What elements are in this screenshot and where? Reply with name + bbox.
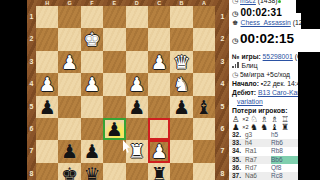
square-c3[interactable]: ♟ xyxy=(148,51,170,73)
square-b1[interactable] xyxy=(170,6,192,28)
move-number: 32. xyxy=(229,131,245,139)
black-K-piece: ♚ xyxy=(58,163,80,180)
square-g3[interactable]: ♟ xyxy=(58,51,80,73)
game-type-row: Блиц xyxy=(232,62,258,69)
black-move[interactable]: Rb6 xyxy=(271,139,298,147)
white-move[interactable]: Rd7 xyxy=(245,164,271,172)
square-a2[interactable] xyxy=(193,28,215,50)
square-d7[interactable]: ♜ xyxy=(126,140,148,162)
player-row: ♚ Chess_Assassin (12 xyxy=(232,19,302,27)
square-c4[interactable] xyxy=(148,73,170,95)
rank-label-2: 2 xyxy=(27,28,36,50)
black-P-piece: ♟ xyxy=(126,96,148,119)
move-row: 32.g3h5 xyxy=(229,131,298,139)
square-b2[interactable] xyxy=(170,28,192,50)
black-move[interactable]: Bb6 xyxy=(271,156,298,164)
opponent-clock: ◷ 00:02:31 xyxy=(232,7,282,18)
capture-count: ×2 xyxy=(242,116,250,122)
opponent-name-link[interactable]: mscz xyxy=(240,0,256,4)
square-h2[interactable] xyxy=(36,28,58,50)
opponent-rating: (1438) xyxy=(258,0,278,4)
opening-link2[interactable]: variation xyxy=(237,98,263,105)
black-P-piece: ♟ xyxy=(81,140,103,163)
white-P-piece: ♟ xyxy=(81,73,103,96)
square-b4[interactable]: ♞ xyxy=(170,73,192,95)
square-g1[interactable] xyxy=(58,6,80,28)
square-d1[interactable] xyxy=(126,6,148,28)
white-Q-piece: ♛ xyxy=(170,51,192,74)
rank-label-6: 6 xyxy=(27,118,36,140)
move-list: 32.g3h533.h4Rb634.Ra1Rb835.Ra7Bb636.Rd7Q… xyxy=(229,131,298,180)
black-move[interactable]: Qf8 xyxy=(271,164,298,172)
rank-label-3: 3 xyxy=(27,51,36,73)
white-K-piece: ♚ xyxy=(81,28,103,51)
white-move[interactable]: Ra1 xyxy=(245,147,271,155)
square-c2[interactable] xyxy=(148,28,170,50)
square-f6[interactable] xyxy=(81,118,103,140)
square-g8[interactable]: ♚ xyxy=(58,163,80,180)
square-d3[interactable] xyxy=(126,51,148,73)
black-B-piece: ♝ xyxy=(193,96,215,119)
square-d4[interactable]: ♟ xyxy=(126,73,148,95)
rank-label-4: 4 xyxy=(216,73,229,95)
black-move[interactable]: h5 xyxy=(271,131,298,139)
square-c7[interactable]: ♟ xyxy=(148,140,170,162)
sidebar: ◷ mscz (1438) ◷ 00:02:31 ♚ Chess_Assassi… xyxy=(229,0,320,180)
clock-icon: ◷ xyxy=(232,71,240,78)
square-g4[interactable] xyxy=(58,73,80,95)
square-a3[interactable] xyxy=(193,51,215,73)
clock-icon: ◷ xyxy=(232,37,240,44)
square-b6[interactable] xyxy=(170,118,192,140)
rank-label-8: 8 xyxy=(216,163,229,180)
black-P-piece: ♟ xyxy=(36,96,58,119)
square-h5[interactable]: ♟ xyxy=(36,96,58,118)
square-h8[interactable] xyxy=(36,163,58,180)
start-time-row: Начало: ▪22 дек. 14:46 xyxy=(232,80,304,87)
chess-board: ♚♟♟♛♟♟♟♞♟♟♟♝♟♟♟♜♟♚♛♜ xyxy=(36,6,215,180)
white-P-piece: ♟ xyxy=(148,140,170,163)
captured-black-pieces: ♟ ×2 ♞ ♞ ♝ ♜ xyxy=(232,123,289,131)
square-a7[interactable] xyxy=(193,140,215,162)
square-f2[interactable]: ♚ xyxy=(81,28,103,50)
square-g7[interactable]: ♟ xyxy=(58,140,80,162)
player-name-link[interactable]: Chess_Assassin xyxy=(241,19,291,26)
black-P-piece: ♟ xyxy=(170,96,192,119)
chess-game-screen: HGFEDCBA 12345678 12345678 ♚♟♟♛♟♟♟♞♟♟♟♝♟… xyxy=(0,0,320,180)
square-e2[interactable] xyxy=(103,28,125,50)
white-move[interactable]: g3 xyxy=(245,131,271,139)
square-c1[interactable] xyxy=(148,6,170,28)
move-row: 35.Ra7Bb6 xyxy=(229,156,298,164)
square-e4[interactable] xyxy=(103,73,125,95)
game-number-link[interactable]: 55298001 xyxy=(263,53,293,60)
square-b5[interactable]: ♟ xyxy=(170,96,192,118)
black-P-piece: ♟ xyxy=(58,140,80,163)
move-row: 37.Na6Rc8 xyxy=(229,172,298,180)
square-e6[interactable]: ♟ xyxy=(103,118,125,140)
move-number: 34. xyxy=(229,147,245,155)
crop-blackbox xyxy=(296,0,320,13)
square-b3[interactable]: ♛ xyxy=(170,51,192,73)
square-f4[interactable]: ♟ xyxy=(81,73,103,95)
rank-label-1: 1 xyxy=(27,6,36,28)
signal-bars-icon xyxy=(232,62,240,69)
white-P-piece: ♟ xyxy=(126,73,148,96)
crop-blackbox xyxy=(301,13,320,29)
move-row: 33.h4Rb6 xyxy=(229,139,298,147)
rank-label-5: 5 xyxy=(216,96,229,118)
square-h3[interactable] xyxy=(36,51,58,73)
square-e7[interactable] xyxy=(103,140,125,162)
square-f7[interactable]: ♟ xyxy=(81,140,103,162)
opening-row: Дебют: B13 Caro-Kann xyxy=(232,89,305,96)
square-c8[interactable]: ♜ xyxy=(148,163,170,180)
square-c6[interactable] xyxy=(148,118,170,140)
game-number-row: № игры: 55298001 (Са xyxy=(232,53,306,60)
move-number: 33. xyxy=(229,139,245,147)
rank-label-3: 3 xyxy=(216,51,229,73)
move-number: 35. xyxy=(229,156,245,164)
rank-label-7: 7 xyxy=(216,140,229,162)
square-a6[interactable] xyxy=(193,118,215,140)
square-d5[interactable]: ♟ xyxy=(126,96,148,118)
square-f3[interactable] xyxy=(81,51,103,73)
square-e1[interactable] xyxy=(103,6,125,28)
square-d2[interactable] xyxy=(126,28,148,50)
crown-icon: ♚ xyxy=(232,19,241,27)
square-f5[interactable] xyxy=(81,96,103,118)
square-b7[interactable] xyxy=(170,140,192,162)
square-h4[interactable]: ♟ xyxy=(36,73,58,95)
white-P-piece: ♟ xyxy=(148,51,170,74)
opponent-row: ◷ mscz (1438) xyxy=(232,0,281,5)
square-b8[interactable] xyxy=(170,163,192,180)
rank-label-6: 6 xyxy=(216,118,229,140)
losses-label: Потери игроков: xyxy=(232,107,287,114)
square-d8[interactable] xyxy=(126,163,148,180)
rank-label-7: 7 xyxy=(27,140,36,162)
white-move[interactable]: h4 xyxy=(245,139,271,147)
opening-row2: variation xyxy=(237,98,263,105)
move-number: 37. xyxy=(229,172,245,180)
square-e8[interactable] xyxy=(103,163,125,180)
clock-icon: ◷ xyxy=(232,0,240,4)
white-R-piece: ♜ xyxy=(126,140,148,163)
rank-label-1: 1 xyxy=(216,6,229,28)
capture-count: ×2 xyxy=(242,124,250,130)
crop-blackbox xyxy=(298,52,320,180)
white-P-piece: ♟ xyxy=(36,73,58,96)
chess-board-frame: HGFEDCBA 12345678 12345678 ♚♟♟♛♟♟♟♞♟♟♟♝♟… xyxy=(27,0,230,180)
white-P-piece: ♟ xyxy=(58,51,80,74)
move-row: 36.Rd7Qf8 xyxy=(229,164,298,172)
square-e3[interactable] xyxy=(103,51,125,73)
square-e5[interactable] xyxy=(103,96,125,118)
rank-label-8: 8 xyxy=(27,163,36,180)
white-move[interactable]: Na6 xyxy=(245,172,271,180)
black-Q-piece: ♛ xyxy=(81,163,103,180)
black-P-piece: ♟ xyxy=(103,118,125,141)
square-c5[interactable] xyxy=(148,96,170,118)
square-f8[interactable]: ♛ xyxy=(81,163,103,180)
rank-label-2: 2 xyxy=(216,28,229,50)
square-g5[interactable] xyxy=(58,96,80,118)
square-h1[interactable] xyxy=(36,6,58,28)
white-move[interactable]: Ra7 xyxy=(245,156,271,164)
square-a5[interactable]: ♝ xyxy=(193,96,215,118)
square-a8[interactable] xyxy=(193,163,215,180)
black-move[interactable]: Rb8 xyxy=(271,147,298,155)
square-d6[interactable] xyxy=(126,118,148,140)
rank-label-5: 5 xyxy=(27,96,36,118)
black-move[interactable]: Rc8 xyxy=(271,172,298,180)
square-a4[interactable] xyxy=(193,73,215,95)
square-f1[interactable] xyxy=(81,6,103,28)
square-a1[interactable] xyxy=(193,6,215,28)
square-h7[interactable] xyxy=(36,140,58,162)
move-number: 36. xyxy=(229,164,245,172)
square-h6[interactable] xyxy=(36,118,58,140)
move-row: 34.Ra1Rb8 xyxy=(229,147,298,155)
white-N-piece: ♞ xyxy=(170,73,192,96)
online-dot-icon xyxy=(278,0,281,3)
rank-label-4: 4 xyxy=(27,73,36,95)
black-R-piece: ♜ xyxy=(148,163,170,180)
square-g2[interactable] xyxy=(58,28,80,50)
player-clock: ◷ 00:02:15 xyxy=(232,31,294,46)
square-g6[interactable] xyxy=(58,118,80,140)
time-control-row: ◷ 5м/игра +5с/ход xyxy=(232,71,290,79)
